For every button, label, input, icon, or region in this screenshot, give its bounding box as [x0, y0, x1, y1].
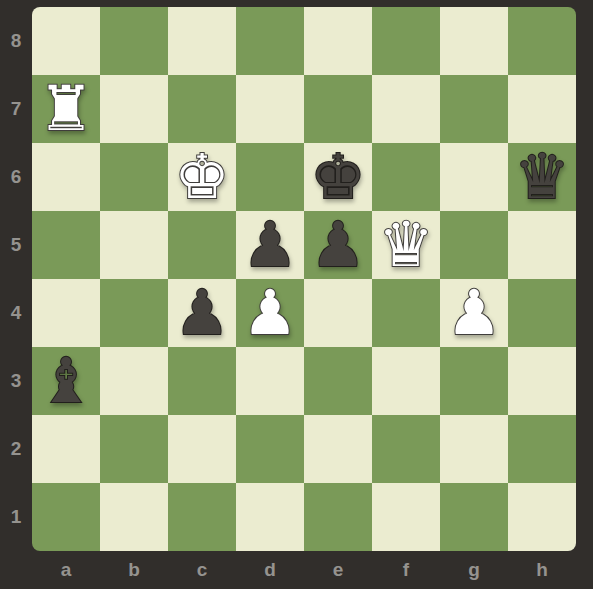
square-h1[interactable]: [508, 483, 576, 551]
file-label-d: d: [236, 551, 304, 589]
square-c1[interactable]: [168, 483, 236, 551]
square-h2[interactable]: [508, 415, 576, 483]
rank-label-6: 6: [0, 143, 32, 211]
piece-white-pawn[interactable]: ♟: [236, 279, 304, 347]
square-g7[interactable]: [440, 75, 508, 143]
piece-black-pawn[interactable]: ♟: [236, 211, 304, 279]
piece-white-king[interactable]: ♚: [168, 143, 236, 211]
piece-white-rook[interactable]: ♜: [32, 75, 100, 143]
square-h6[interactable]: ♛: [508, 143, 576, 211]
square-f5[interactable]: ♛: [372, 211, 440, 279]
square-c2[interactable]: [168, 415, 236, 483]
piece-black-king[interactable]: ♚: [304, 143, 372, 211]
square-b5[interactable]: [100, 211, 168, 279]
square-b7[interactable]: [100, 75, 168, 143]
square-e2[interactable]: [304, 415, 372, 483]
chess-app: ♜♚♚♛♟♟♛♟♟♟♝ 87654321 abcdefgh: [0, 0, 593, 589]
square-e6[interactable]: ♚: [304, 143, 372, 211]
chess-board: ♜♚♚♛♟♟♛♟♟♟♝: [32, 7, 576, 551]
piece-black-queen[interactable]: ♛: [508, 143, 576, 211]
square-b1[interactable]: [100, 483, 168, 551]
square-f1[interactable]: [372, 483, 440, 551]
file-label-b: b: [100, 551, 168, 589]
square-g5[interactable]: [440, 211, 508, 279]
rank-label-8: 8: [0, 7, 32, 75]
square-h7[interactable]: [508, 75, 576, 143]
square-f7[interactable]: [372, 75, 440, 143]
square-a4[interactable]: [32, 279, 100, 347]
square-d1[interactable]: [236, 483, 304, 551]
square-e7[interactable]: [304, 75, 372, 143]
square-c3[interactable]: [168, 347, 236, 415]
square-a1[interactable]: [32, 483, 100, 551]
square-h5[interactable]: [508, 211, 576, 279]
piece-black-pawn[interactable]: ♟: [304, 211, 372, 279]
square-b2[interactable]: [100, 415, 168, 483]
rank-label-5: 5: [0, 211, 32, 279]
square-e1[interactable]: [304, 483, 372, 551]
square-d8[interactable]: [236, 7, 304, 75]
square-f3[interactable]: [372, 347, 440, 415]
rank-label-2: 2: [0, 415, 32, 483]
square-a8[interactable]: [32, 7, 100, 75]
square-d3[interactable]: [236, 347, 304, 415]
square-c8[interactable]: [168, 7, 236, 75]
square-d2[interactable]: [236, 415, 304, 483]
square-d5[interactable]: ♟: [236, 211, 304, 279]
rank-labels: 87654321: [0, 7, 32, 551]
square-f4[interactable]: [372, 279, 440, 347]
file-label-e: e: [304, 551, 372, 589]
square-g1[interactable]: [440, 483, 508, 551]
square-f2[interactable]: [372, 415, 440, 483]
square-e8[interactable]: [304, 7, 372, 75]
square-h8[interactable]: [508, 7, 576, 75]
piece-white-queen[interactable]: ♛: [372, 211, 440, 279]
piece-black-bishop[interactable]: ♝: [32, 347, 100, 415]
square-e5[interactable]: ♟: [304, 211, 372, 279]
square-b3[interactable]: [100, 347, 168, 415]
rank-label-7: 7: [0, 75, 32, 143]
file-labels: abcdefgh: [32, 551, 576, 589]
square-g4[interactable]: ♟: [440, 279, 508, 347]
square-b8[interactable]: [100, 7, 168, 75]
square-d7[interactable]: [236, 75, 304, 143]
square-a5[interactable]: [32, 211, 100, 279]
square-a3[interactable]: ♝: [32, 347, 100, 415]
square-g6[interactable]: [440, 143, 508, 211]
rank-label-3: 3: [0, 347, 32, 415]
square-g3[interactable]: [440, 347, 508, 415]
square-a6[interactable]: [32, 143, 100, 211]
file-label-c: c: [168, 551, 236, 589]
square-c6[interactable]: ♚: [168, 143, 236, 211]
square-e3[interactable]: [304, 347, 372, 415]
square-b4[interactable]: [100, 279, 168, 347]
square-a2[interactable]: [32, 415, 100, 483]
square-a7[interactable]: ♜: [32, 75, 100, 143]
file-label-f: f: [372, 551, 440, 589]
square-d6[interactable]: [236, 143, 304, 211]
square-d4[interactable]: ♟: [236, 279, 304, 347]
square-h3[interactable]: [508, 347, 576, 415]
square-c7[interactable]: [168, 75, 236, 143]
square-g8[interactable]: [440, 7, 508, 75]
rank-label-1: 1: [0, 483, 32, 551]
square-h4[interactable]: [508, 279, 576, 347]
square-c4[interactable]: ♟: [168, 279, 236, 347]
file-label-h: h: [508, 551, 576, 589]
square-c5[interactable]: [168, 211, 236, 279]
piece-black-pawn[interactable]: ♟: [168, 279, 236, 347]
file-label-g: g: [440, 551, 508, 589]
piece-white-pawn[interactable]: ♟: [440, 279, 508, 347]
square-b6[interactable]: [100, 143, 168, 211]
square-f8[interactable]: [372, 7, 440, 75]
file-label-a: a: [32, 551, 100, 589]
square-g2[interactable]: [440, 415, 508, 483]
square-e4[interactable]: [304, 279, 372, 347]
square-f6[interactable]: [372, 143, 440, 211]
rank-label-4: 4: [0, 279, 32, 347]
